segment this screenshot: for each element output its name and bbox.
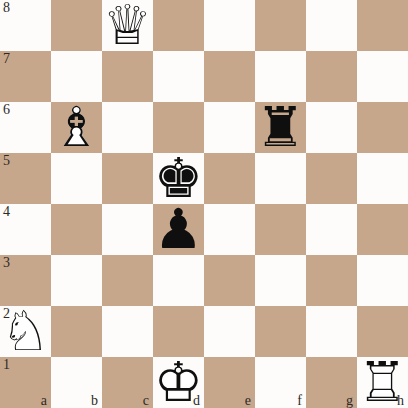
square-h7[interactable]	[357, 51, 408, 102]
file-label-c: c	[143, 393, 149, 408]
square-g3[interactable]	[306, 255, 357, 306]
white-king-d1[interactable]: ♚︎♔︎	[153, 357, 204, 408]
square-c6[interactable]	[102, 102, 153, 153]
square-a1[interactable]: 1a	[0, 357, 51, 408]
white-rook-icon: ♖︎	[357, 357, 408, 408]
square-c2[interactable]	[102, 306, 153, 357]
rank-label-8: 8	[3, 0, 10, 16]
square-d4[interactable]: ♟︎	[153, 204, 204, 255]
file-label-e: e	[245, 393, 251, 408]
square-h6[interactable]	[357, 102, 408, 153]
square-d5[interactable]: ♚︎	[153, 153, 204, 204]
white-bishop-b6[interactable]: ♝︎♗︎	[51, 102, 102, 153]
white-king-icon: ♔︎	[153, 357, 204, 408]
rank-label-1: 1	[3, 357, 10, 373]
white-queen-icon: ♕︎	[102, 0, 153, 51]
square-c8[interactable]: ♛︎♕︎	[102, 0, 153, 51]
square-c1[interactable]: c	[102, 357, 153, 408]
square-h2[interactable]	[357, 306, 408, 357]
square-g7[interactable]	[306, 51, 357, 102]
black-pawn-icon: ♟︎	[153, 204, 204, 255]
square-g2[interactable]	[306, 306, 357, 357]
square-h1[interactable]: h♜︎♖︎	[357, 357, 408, 408]
square-f5[interactable]	[255, 153, 306, 204]
square-f3[interactable]	[255, 255, 306, 306]
white-queen-fill-glyph: ♛︎	[102, 0, 153, 51]
square-b1[interactable]: b	[51, 357, 102, 408]
rank-label-4: 4	[3, 204, 10, 220]
white-bishop-fill-glyph: ♝︎	[51, 102, 102, 153]
square-f1[interactable]: f	[255, 357, 306, 408]
square-d7[interactable]	[153, 51, 204, 102]
square-g6[interactable]	[306, 102, 357, 153]
black-rook-icon: ♜︎	[255, 102, 306, 153]
white-knight-a2[interactable]: ♞︎♘︎	[0, 306, 51, 357]
black-rook-f6[interactable]: ♜︎	[255, 102, 306, 153]
rank-label-6: 6	[3, 102, 10, 118]
square-d3[interactable]	[153, 255, 204, 306]
square-g4[interactable]	[306, 204, 357, 255]
square-a3[interactable]: 3	[0, 255, 51, 306]
square-g5[interactable]	[306, 153, 357, 204]
square-d6[interactable]	[153, 102, 204, 153]
square-b4[interactable]	[51, 204, 102, 255]
square-c3[interactable]	[102, 255, 153, 306]
square-d2[interactable]	[153, 306, 204, 357]
square-h3[interactable]	[357, 255, 408, 306]
square-e4[interactable]	[204, 204, 255, 255]
square-f7[interactable]	[255, 51, 306, 102]
square-g1[interactable]: g	[306, 357, 357, 408]
black-king-d5[interactable]: ♚︎	[153, 153, 204, 204]
rank-label-7: 7	[3, 51, 10, 67]
white-king-fill-glyph: ♚︎	[153, 357, 204, 408]
white-bishop-icon: ♗︎	[51, 102, 102, 153]
square-f6[interactable]: ♜︎	[255, 102, 306, 153]
rank-label-5: 5	[3, 153, 10, 169]
white-rook-h1[interactable]: ♜︎♖︎	[357, 357, 408, 408]
square-d1[interactable]: d♚︎♔︎	[153, 357, 204, 408]
square-a5[interactable]: 5	[0, 153, 51, 204]
square-f2[interactable]	[255, 306, 306, 357]
square-a2[interactable]: 2♞︎♘︎	[0, 306, 51, 357]
square-h8[interactable]	[357, 0, 408, 51]
rank-label-3: 3	[3, 255, 10, 271]
square-e1[interactable]: e	[204, 357, 255, 408]
white-queen-c8[interactable]: ♛︎♕︎	[102, 0, 153, 51]
square-c4[interactable]	[102, 204, 153, 255]
white-knight-icon: ♘︎	[0, 306, 51, 357]
black-king-icon: ♚︎	[153, 153, 204, 204]
square-b8[interactable]	[51, 0, 102, 51]
square-f8[interactable]	[255, 0, 306, 51]
square-e5[interactable]	[204, 153, 255, 204]
square-g8[interactable]	[306, 0, 357, 51]
square-b7[interactable]	[51, 51, 102, 102]
square-e7[interactable]	[204, 51, 255, 102]
square-h4[interactable]	[357, 204, 408, 255]
square-a8[interactable]: 8	[0, 0, 51, 51]
white-rook-fill-glyph: ♜︎	[357, 357, 408, 408]
chess-board: 8♛︎♕︎76♝︎♗︎♜︎5♚︎4♟︎32♞︎♘︎1abcd♚︎♔︎efgh♜︎…	[0, 0, 408, 408]
square-e3[interactable]	[204, 255, 255, 306]
square-e2[interactable]	[204, 306, 255, 357]
square-e6[interactable]	[204, 102, 255, 153]
square-b3[interactable]	[51, 255, 102, 306]
square-c5[interactable]	[102, 153, 153, 204]
file-label-b: b	[91, 393, 98, 408]
chess-board-container: 8♛︎♕︎76♝︎♗︎♜︎5♚︎4♟︎32♞︎♘︎1abcd♚︎♔︎efgh♜︎…	[0, 0, 408, 408]
black-pawn-d4[interactable]: ♟︎	[153, 204, 204, 255]
square-a7[interactable]: 7	[0, 51, 51, 102]
square-b5[interactable]	[51, 153, 102, 204]
square-a4[interactable]: 4	[0, 204, 51, 255]
file-label-g: g	[346, 393, 353, 408]
file-label-f: f	[297, 393, 302, 408]
square-e8[interactable]	[204, 0, 255, 51]
white-knight-fill-glyph: ♞︎	[0, 306, 51, 357]
square-h5[interactable]	[357, 153, 408, 204]
square-b6[interactable]: ♝︎♗︎	[51, 102, 102, 153]
square-a6[interactable]: 6	[0, 102, 51, 153]
square-c7[interactable]	[102, 51, 153, 102]
file-label-a: a	[41, 393, 47, 408]
square-f4[interactable]	[255, 204, 306, 255]
square-d8[interactable]	[153, 0, 204, 51]
square-b2[interactable]	[51, 306, 102, 357]
